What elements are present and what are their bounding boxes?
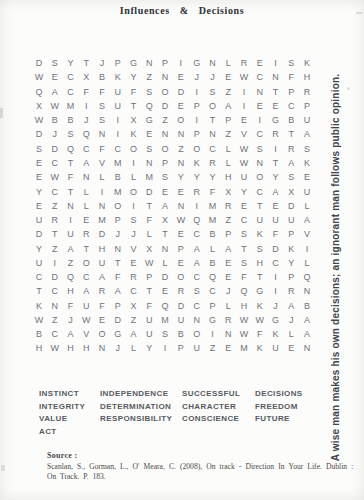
grid-cell: T (283, 127, 299, 141)
grid-cell: Z (157, 113, 173, 127)
grid-cell: L (299, 199, 315, 213)
grid-cell: A (78, 156, 94, 170)
grid-cell: E (173, 70, 189, 84)
grid-cell: C (47, 284, 63, 298)
grid-cell: U (63, 227, 79, 241)
grid-cell: K (283, 241, 299, 255)
grid-cell: T (268, 85, 284, 99)
grid-cell: S (205, 85, 221, 99)
grid-cell: X (283, 184, 299, 198)
grid-cell: N (173, 199, 189, 213)
grid-cell: Q (63, 270, 79, 284)
grid-cell: L (94, 170, 110, 184)
grid-cell: I (268, 56, 284, 70)
word-list-item: CONSCIENCE (182, 413, 255, 426)
grid-cell: I (236, 99, 252, 113)
grid-cell: Y (236, 184, 252, 198)
grid-cell: S (283, 170, 299, 184)
grid-cell: O (189, 327, 205, 341)
grid-cell: J (94, 56, 110, 70)
grid-cell: I (299, 241, 315, 255)
grid-cell: T (157, 227, 173, 241)
grid-cell: K (252, 299, 268, 313)
grid-cell: Y (173, 170, 189, 184)
grid-cell: A (94, 270, 110, 284)
grid-cell: Y (31, 184, 47, 198)
grid-cell: S (94, 99, 110, 113)
grid-cell: P (220, 113, 236, 127)
grid-cell: H (236, 299, 252, 313)
grid-cell: H (78, 341, 94, 355)
grid-cell: D (268, 241, 284, 255)
grid-cell: S (157, 327, 173, 341)
scan-artifact (356, 12, 362, 14)
grid-cell: O (189, 142, 205, 156)
grid-cell: T (126, 99, 142, 113)
grid-cell: C (63, 70, 79, 84)
grid-cell: E (47, 70, 63, 84)
grid-cell: C (205, 142, 221, 156)
grid-cell: S (94, 113, 110, 127)
grid-cell: E (220, 270, 236, 284)
grid-cell: R (126, 270, 142, 284)
grid-cell: R (299, 85, 315, 99)
grid-cell: G (126, 56, 142, 70)
grid-cell: C (47, 327, 63, 341)
grid-cell: B (205, 227, 221, 241)
grid-cell: M (110, 184, 126, 198)
grid-cell: F (94, 142, 110, 156)
grid-cell: S (63, 127, 79, 141)
grid-cell: C (47, 156, 63, 170)
grid-cell: Q (31, 85, 47, 99)
grid-cell: N (110, 241, 126, 255)
grid-cell: C (252, 70, 268, 84)
grid-cell: F (268, 227, 284, 241)
grid-cell: A (299, 213, 315, 227)
grid-cell: S (252, 241, 268, 255)
grid-cell: U (141, 327, 157, 341)
grid-cell: T (268, 156, 284, 170)
grid-cell: I (47, 256, 63, 270)
grid-cell: F (141, 213, 157, 227)
grid-cell: L (220, 156, 236, 170)
grid-cell: L (78, 199, 94, 213)
grid-cell: H (63, 341, 79, 355)
grid-cell: B (94, 70, 110, 84)
grid-cell: U (31, 213, 47, 227)
grid-cell: C (189, 270, 205, 284)
grid-cell: T (141, 199, 157, 213)
grid-cell: C (78, 142, 94, 156)
grid-cell: S (141, 142, 157, 156)
grid-cell: Z (220, 85, 236, 99)
grid-cell: Q (78, 127, 94, 141)
grid-cell: P (299, 99, 315, 113)
grid-cell: A (268, 184, 284, 198)
grid-cell: C (205, 284, 221, 298)
grid-cell: S (283, 56, 299, 70)
grid-cell: O (126, 142, 142, 156)
grid-cell: D (31, 227, 47, 241)
grid-cell: E (268, 99, 284, 113)
grid-cell: K (299, 56, 315, 70)
grid-cell: I (268, 270, 284, 284)
grid-cell: X (220, 184, 236, 198)
word-list-column: DECISIONSFREEDOMFUTURE (255, 388, 303, 426)
grid-cell: U (141, 313, 157, 327)
grid-cell: N (173, 127, 189, 141)
grid-cell: C (189, 227, 205, 241)
grid-cell: E (31, 170, 47, 184)
grid-cell: T (31, 284, 47, 298)
grid-cell: W (236, 156, 252, 170)
grid-cell: K (189, 156, 205, 170)
grid-cell: N (157, 70, 173, 84)
grid-cell: K (126, 127, 142, 141)
grid-cell: G (252, 284, 268, 298)
grid-cell: A (189, 256, 205, 270)
grid-cell: H (252, 256, 268, 270)
grid-cell: I (189, 113, 205, 127)
grid-cell: R (283, 142, 299, 156)
grid-cell: R (94, 284, 110, 298)
grid-cell: S (236, 227, 252, 241)
word-list-item: INTEGRITY (39, 401, 100, 414)
grid-cell: L (299, 256, 315, 270)
grid-cell: E (252, 56, 268, 70)
grid-cell: X (126, 113, 142, 127)
grid-cell: T (78, 241, 94, 255)
grid-cell: Q (205, 270, 221, 284)
grid-cell: E (157, 184, 173, 198)
grid-cell: P (173, 341, 189, 355)
grid-cell: N (141, 156, 157, 170)
grid-cell: H (220, 170, 236, 184)
word-list-column: SUCCESSFULCHARACTERCONSCIENCE (182, 388, 255, 426)
grid-cell: N (189, 313, 205, 327)
grid-cell: M (205, 213, 221, 227)
source-block: Source : Scanlan, S., Gorman, L., O' Mea… (47, 451, 339, 483)
grid-cell: N (157, 127, 173, 141)
word-list-item: RESPONSIBILITY (100, 413, 182, 426)
grid-cell: E (252, 99, 268, 113)
grid-cell: Y (283, 256, 299, 270)
grid-cell: P (110, 56, 126, 70)
grid-cell: N (94, 341, 110, 355)
source-citation-line2: On Track. P. 183. (47, 472, 339, 483)
word-list-item: SUCCESSFUL (182, 388, 255, 401)
grid-cell: Y (31, 241, 47, 255)
grid-cell: E (94, 313, 110, 327)
grid-cell: M (141, 170, 157, 184)
grid-cell: K (252, 227, 268, 241)
grid-cell: T (236, 241, 252, 255)
grid-cell: C (252, 184, 268, 198)
grid-cell: G (189, 56, 205, 70)
grid-cell: P (157, 56, 173, 70)
grid-cell: R (205, 156, 221, 170)
grid-cell: F (94, 299, 110, 313)
grid-cell: U (299, 184, 315, 198)
grid-cell: N (268, 70, 284, 84)
grid-cell: B (31, 327, 47, 341)
word-list-item: ACT (39, 426, 100, 439)
grid-cell: K (110, 70, 126, 84)
grid-cell: I (236, 85, 252, 99)
grid-cell: O (205, 99, 221, 113)
scanned-puzzle-page: Influences & Decisions DSYTJPGNPIGNLREIS… (0, 0, 364, 500)
grid-cell: S (126, 213, 142, 227)
grid-cell: Z (47, 313, 63, 327)
word-list-item: DETERMINATION (100, 401, 182, 414)
grid-cell: O (126, 184, 142, 198)
grid-cell: A (299, 313, 315, 327)
grid-cell: B (283, 113, 299, 127)
grid-cell: P (189, 99, 205, 113)
grid-cell: T (252, 199, 268, 213)
grid-cell: A (157, 199, 173, 213)
grid-cell: S (31, 142, 47, 156)
grid-cell: W (47, 99, 63, 113)
grid-cell: I (268, 142, 284, 156)
grid-cell: E (31, 156, 47, 170)
grid-cell: N (141, 56, 157, 70)
grid-cell: W (47, 170, 63, 184)
grid-cell: R (236, 56, 252, 70)
grid-cell: X (31, 99, 47, 113)
grid-cell: J (78, 113, 94, 127)
grid-cell: E (220, 341, 236, 355)
grid-cell: B (63, 113, 79, 127)
grid-cell: E (220, 256, 236, 270)
grid-cell: A (78, 284, 94, 298)
grid-cell: M (157, 313, 173, 327)
grid-cell: N (252, 85, 268, 99)
grid-cell: J (268, 299, 284, 313)
grid-cell: N (299, 284, 315, 298)
grid-cell: N (252, 156, 268, 170)
grid-cell: W (141, 256, 157, 270)
page-title: Influences & Decisions (0, 5, 364, 16)
grid-cell: A (126, 327, 142, 341)
grid-cell: I (78, 99, 94, 113)
grid-cell: W (252, 313, 268, 327)
grid-cell: O (157, 85, 173, 99)
source-citation-line1: Scanlan, S., Gorman, L., O' Meara, C. (2… (47, 462, 339, 473)
grid-cell: E (141, 127, 157, 141)
grid-cell: A (110, 284, 126, 298)
grid-cell: O (157, 142, 173, 156)
grid-cell: T (252, 270, 268, 284)
grid-cell: R (47, 213, 63, 227)
grid-cell: C (126, 284, 142, 298)
grid-cell: W (47, 341, 63, 355)
grid-cell: I (189, 199, 205, 213)
word-list-item: INSTINCT (39, 388, 100, 401)
grid-cell: P (157, 156, 173, 170)
grid-cell: M (205, 199, 221, 213)
grid-cell: D (283, 199, 299, 213)
grid-cell: A (220, 99, 236, 113)
grid-cell: C (283, 99, 299, 113)
grid-cell: K (268, 327, 284, 341)
grid-cell: D (141, 184, 157, 198)
grid-cell: E (268, 199, 284, 213)
grid-cell: A (63, 241, 79, 255)
grid-cell: O (110, 199, 126, 213)
grid-cell: E (31, 199, 47, 213)
grid-cell: W (31, 313, 47, 327)
grid-cell: I (205, 327, 221, 341)
word-list-item: FREEDOM (255, 401, 303, 414)
grid-cell: V (126, 241, 142, 255)
grid-cell: I (63, 213, 79, 227)
grid-cell: K (252, 341, 268, 355)
grid-cell: S (236, 256, 252, 270)
grid-cell: S (47, 56, 63, 70)
grid-cell: N (173, 156, 189, 170)
grid-cell: I (173, 56, 189, 70)
word-list-item: CHARACTER (182, 401, 255, 414)
grid-cell: B (205, 256, 221, 270)
grid-cell: O (78, 256, 94, 270)
grid-cell: E (220, 70, 236, 84)
grid-cell: U (173, 313, 189, 327)
grid-cell: N (205, 127, 221, 141)
grid-cell: N (47, 299, 63, 313)
grid-cell: X (157, 213, 173, 227)
grid-cell: J (220, 284, 236, 298)
grid-cell: X (78, 70, 94, 84)
grid-cell: Z (220, 127, 236, 141)
grid-cell: Q (141, 99, 157, 113)
grid-cell: F (205, 184, 221, 198)
word-list-item: FUTURE (255, 413, 303, 426)
grid-cell: D (157, 270, 173, 284)
grid-cell: W (31, 70, 47, 84)
grid-cell: O (173, 270, 189, 284)
grid-cell: L (141, 227, 157, 241)
grid-cell: H (63, 284, 79, 298)
grid-cell: L (157, 256, 173, 270)
grid-cell: A (47, 85, 63, 99)
grid-cell: A (283, 156, 299, 170)
grid-cell: Z (205, 341, 221, 355)
grid-cell: D (31, 56, 47, 70)
grid-cell: W (31, 113, 47, 127)
grid-cell: S (252, 142, 268, 156)
grid-cell: N (299, 341, 315, 355)
grid-cell: L (220, 142, 236, 156)
grid-cell: I (126, 156, 142, 170)
scan-artifact (0, 108, 3, 118)
grid-cell: Z (141, 70, 157, 84)
grid-cell: D (157, 99, 173, 113)
grid-cell: P (283, 270, 299, 284)
source-label: Source : (47, 451, 339, 462)
grid-cell: I (268, 284, 284, 298)
grid-cell: U (189, 341, 205, 355)
grid-cell: N (157, 241, 173, 255)
grid-cell: I (157, 341, 173, 355)
grid-cell: B (47, 113, 63, 127)
grid-cell: X (126, 299, 142, 313)
grid-cell: Q (157, 299, 173, 313)
grid-cell: N (205, 56, 221, 70)
grid-cell: A (189, 241, 205, 255)
grid-cell: T (110, 256, 126, 270)
grid-cell: J (110, 341, 126, 355)
grid-cell: N (78, 170, 94, 184)
grid-cell: D (47, 142, 63, 156)
grid-cell: W (173, 213, 189, 227)
grid-cell: F (63, 299, 79, 313)
grid-cell: Z (126, 313, 142, 327)
grid-cell: J (47, 127, 63, 141)
grid-cell: W (236, 313, 252, 327)
grid-cell: S (189, 284, 205, 298)
grid-cell: E (299, 170, 315, 184)
grid-cell: R (220, 199, 236, 213)
grid-cell: R (283, 284, 299, 298)
grid-cell: E (283, 341, 299, 355)
grid-cell: Z (47, 241, 63, 255)
grid-cell: U (236, 170, 252, 184)
grid-cell: C (252, 127, 268, 141)
grid-cell: J (63, 313, 79, 327)
grid-cell: E (126, 256, 142, 270)
grid-cell: N (94, 127, 110, 141)
grid-cell: R (173, 284, 189, 298)
grid-cell: D (173, 85, 189, 99)
grid-cell: G (268, 113, 284, 127)
grid-cell: X (141, 241, 157, 255)
grid-cell: F (126, 85, 142, 99)
grid-cell: D (47, 270, 63, 284)
grid-cell: O (252, 170, 268, 184)
grid-cell: U (283, 213, 299, 227)
grid-cell: T (63, 156, 79, 170)
grid-cell: N (63, 199, 79, 213)
grid-cell: R (78, 227, 94, 241)
grid-cell: S (299, 142, 315, 156)
grid-cell: E (236, 113, 252, 127)
grid-cell: V (78, 327, 94, 341)
grid-cell: O (94, 327, 110, 341)
grid-cell: A (283, 299, 299, 313)
grid-cell: Y (189, 170, 205, 184)
grid-cell: G (141, 113, 157, 127)
grid-cell: Z (173, 142, 189, 156)
grid-cell: L (126, 341, 142, 355)
vertical-quote: A wise man makes his own decisions; an i… (330, 53, 345, 483)
grid-cell: U (110, 85, 126, 99)
grid-cell: V (236, 127, 252, 141)
grid-cell: K (299, 156, 315, 170)
grid-cell: E (173, 256, 189, 270)
grid-cell: I (252, 113, 268, 127)
grid-cell: P (141, 270, 157, 284)
grid-cell: P (173, 241, 189, 255)
grid-cell: F (141, 299, 157, 313)
grid-cell: I (126, 199, 142, 213)
grid-cell: F (252, 327, 268, 341)
grid-cell: K (31, 299, 47, 313)
grid-cell: B (110, 170, 126, 184)
grid-cell: M (236, 341, 252, 355)
grid-cell: P (110, 213, 126, 227)
